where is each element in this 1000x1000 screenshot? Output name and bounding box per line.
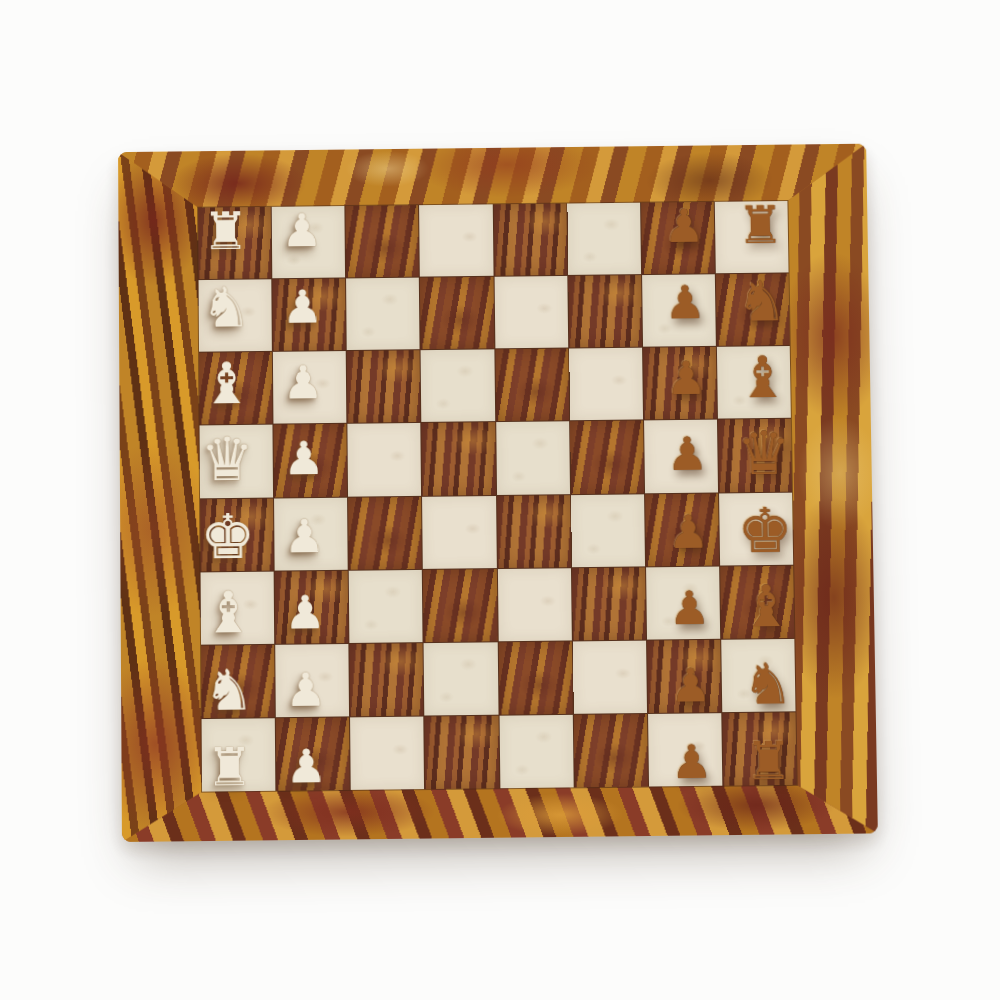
square-a3[interactable] — [346, 205, 420, 277]
square-g3[interactable] — [350, 643, 424, 716]
square-h5[interactable] — [499, 715, 573, 789]
square-h2[interactable]: ♟ — [276, 717, 350, 791]
square-a2[interactable]: ♟ — [272, 206, 345, 278]
square-h3[interactable] — [350, 716, 424, 790]
square-c5[interactable] — [495, 349, 569, 422]
square-b2[interactable]: ♟ — [272, 279, 346, 352]
square-c2[interactable]: ♟ — [273, 351, 347, 424]
square-c6[interactable] — [569, 348, 643, 421]
square-g4[interactable] — [424, 642, 498, 715]
photo-scene: ♜♟♟♜♞♟♟♞♝♟♟♝♛♟♟♛♚♟♟♚♝♟♟♝♞♟♟♞♜♟♟♜ — [0, 0, 1000, 1000]
square-f8[interactable]: ♝ — [720, 565, 794, 638]
piece-brown-pawn-a7[interactable]: ♟ — [663, 203, 705, 249]
square-c1[interactable]: ♝ — [199, 352, 273, 425]
square-e8[interactable]: ♚ — [719, 492, 793, 565]
square-h4[interactable] — [425, 716, 499, 790]
square-a8[interactable]: ♜ — [715, 201, 789, 273]
square-b6[interactable] — [568, 275, 642, 348]
square-e6[interactable] — [571, 494, 645, 567]
piece-brown-bishop-f8[interactable]: ♝ — [740, 578, 792, 636]
square-h1[interactable]: ♜ — [202, 718, 276, 792]
square-d7[interactable]: ♟ — [644, 420, 718, 493]
piece-white-king-e1[interactable]: ♚ — [200, 505, 256, 568]
square-e2[interactable]: ♟ — [274, 497, 348, 570]
square-h7[interactable]: ♟ — [648, 713, 722, 787]
square-b7[interactable]: ♟ — [642, 274, 716, 347]
board-grid: ♜♟♟♜♞♟♟♞♝♟♟♝♛♟♟♛♚♟♟♚♝♟♟♝♞♟♟♞♜♟♟♜ — [198, 201, 797, 792]
square-h8[interactable]: ♜ — [722, 712, 797, 786]
piece-brown-queen-d8[interactable]: ♛ — [737, 423, 792, 484]
square-d2[interactable]: ♟ — [274, 424, 348, 497]
square-g8[interactable]: ♞ — [721, 639, 795, 712]
square-e1[interactable]: ♚ — [200, 498, 274, 571]
piece-white-rook-a1[interactable]: ♜ — [202, 205, 249, 257]
piece-brown-pawn-e7[interactable]: ♟ — [667, 508, 709, 555]
piece-white-pawn-h2[interactable]: ♟ — [286, 743, 328, 790]
piece-white-pawn-g2[interactable]: ♟ — [285, 666, 327, 713]
piece-brown-knight-b8[interactable]: ♞ — [736, 273, 787, 329]
square-d8[interactable]: ♛ — [718, 419, 792, 492]
square-b1[interactable]: ♞ — [199, 279, 272, 352]
piece-brown-king-e8[interactable]: ♚ — [737, 499, 794, 562]
piece-white-knight-b1[interactable]: ♞ — [201, 279, 251, 335]
square-c4[interactable] — [421, 350, 495, 423]
piece-brown-pawn-g7[interactable]: ♟ — [670, 661, 712, 708]
square-b4[interactable] — [420, 277, 494, 350]
square-e7[interactable]: ♟ — [645, 493, 719, 566]
piece-brown-pawn-c7[interactable]: ♟ — [665, 355, 707, 401]
piece-white-bishop-f1[interactable]: ♝ — [203, 584, 255, 642]
square-h6[interactable] — [573, 714, 647, 788]
square-a7[interactable]: ♟ — [641, 202, 715, 274]
square-f5[interactable] — [497, 568, 571, 641]
square-g7[interactable]: ♟ — [647, 640, 721, 713]
piece-brown-rook-h8[interactable]: ♜ — [745, 734, 793, 787]
square-c3[interactable] — [347, 350, 421, 423]
square-f6[interactable] — [572, 567, 646, 640]
square-a4[interactable] — [419, 204, 493, 276]
piece-brown-pawn-h7[interactable]: ♟ — [671, 738, 713, 785]
piece-brown-rook-a8[interactable]: ♜ — [737, 199, 784, 251]
square-a1[interactable]: ♜ — [198, 207, 271, 279]
piece-brown-bishop-c8[interactable]: ♝ — [737, 349, 789, 406]
piece-white-pawn-b2[interactable]: ♟ — [282, 283, 324, 329]
square-d3[interactable] — [348, 423, 422, 496]
piece-white-knight-g1[interactable]: ♞ — [204, 661, 255, 718]
piece-white-queen-d1[interactable]: ♛ — [200, 430, 254, 491]
piece-white-pawn-d2[interactable]: ♟ — [283, 436, 325, 482]
square-f7[interactable]: ♟ — [646, 566, 720, 639]
piece-white-pawn-e2[interactable]: ♟ — [284, 512, 326, 559]
square-a6[interactable] — [567, 203, 641, 275]
square-b5[interactable] — [494, 276, 568, 349]
piece-brown-knight-g8[interactable]: ♞ — [742, 655, 793, 712]
square-g1[interactable]: ♞ — [201, 645, 275, 718]
piece-white-pawn-c2[interactable]: ♟ — [282, 359, 324, 405]
square-d1[interactable]: ♛ — [200, 425, 274, 498]
piece-brown-pawn-d7[interactable]: ♟ — [666, 431, 708, 477]
square-f3[interactable] — [349, 570, 423, 643]
square-f2[interactable]: ♟ — [275, 570, 349, 643]
frame-right-edge — [787, 144, 878, 835]
square-g5[interactable] — [498, 641, 572, 714]
square-c8[interactable]: ♝ — [717, 346, 791, 419]
square-b8[interactable]: ♞ — [716, 274, 790, 347]
square-b3[interactable] — [346, 278, 420, 351]
square-d6[interactable] — [570, 421, 644, 494]
chess-board: ♜♟♟♜♞♟♟♞♝♟♟♝♛♟♟♛♚♟♟♚♝♟♟♝♞♟♟♞♜♟♟♜ — [118, 144, 878, 842]
piece-white-pawn-f2[interactable]: ♟ — [284, 589, 326, 636]
piece-white-pawn-a2[interactable]: ♟ — [281, 207, 322, 253]
square-d4[interactable] — [422, 422, 496, 495]
square-e5[interactable] — [497, 495, 571, 568]
square-a5[interactable] — [493, 204, 567, 276]
square-g2[interactable]: ♟ — [275, 644, 349, 717]
square-e3[interactable] — [348, 496, 422, 569]
square-g6[interactable] — [573, 640, 647, 713]
square-c7[interactable]: ♟ — [643, 347, 717, 420]
piece-white-bishop-c1[interactable]: ♝ — [201, 355, 252, 412]
square-f4[interactable] — [423, 569, 497, 642]
frame-left-edge — [118, 151, 202, 842]
square-f1[interactable]: ♝ — [201, 571, 275, 644]
square-e4[interactable] — [422, 496, 496, 569]
piece-brown-pawn-f7[interactable]: ♟ — [669, 584, 711, 631]
square-d5[interactable] — [496, 422, 570, 495]
piece-brown-pawn-b7[interactable]: ♟ — [664, 279, 706, 325]
piece-white-rook-h1[interactable]: ♜ — [206, 740, 253, 793]
